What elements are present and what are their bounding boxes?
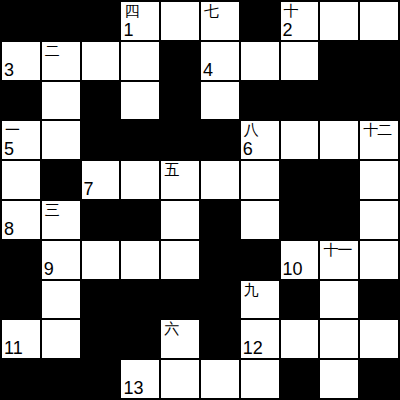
block-cell-r2c2 (82, 82, 120, 120)
open-cell-r0c4[interactable] (161, 2, 199, 40)
across-clue-label-2: 2 (283, 21, 293, 40)
down-clue-label-十: 十 (284, 2, 298, 19)
open-cell-r0c3[interactable]: 四1 (121, 2, 159, 40)
block-cell-r9c0 (2, 360, 40, 398)
block-cell-r4c1 (42, 161, 80, 199)
block-cell-r0c1 (42, 2, 80, 40)
across-clue-label-11: 11 (4, 339, 23, 358)
open-cell-r8c8[interactable] (320, 320, 358, 358)
open-cell-r5c0[interactable]: 8 (2, 201, 40, 239)
block-cell-r6c0 (2, 241, 40, 279)
open-cell-r4c6[interactable] (241, 161, 279, 199)
across-clue-label-3: 3 (4, 61, 14, 80)
block-cell-r1c8 (320, 42, 358, 80)
open-cell-r7c6[interactable]: 九 (241, 281, 279, 319)
down-clue-label-一: 一 (5, 121, 19, 138)
open-cell-r9c8[interactable] (320, 360, 358, 398)
down-clue-label-九: 九 (244, 281, 258, 298)
block-cell-r8c5 (201, 320, 239, 358)
open-cell-r1c5[interactable]: 4 (201, 42, 239, 80)
block-cell-r3c3 (121, 121, 159, 159)
down-clue-label-八: 八 (244, 121, 258, 138)
block-cell-r3c2 (82, 121, 120, 159)
block-cell-r1c9 (360, 42, 398, 80)
block-cell-r7c4 (161, 281, 199, 319)
open-cell-r4c2[interactable]: 7 (82, 161, 120, 199)
open-cell-r5c9[interactable] (360, 201, 398, 239)
open-cell-r1c6[interactable] (241, 42, 279, 80)
open-cell-r6c3[interactable] (121, 241, 159, 279)
open-cell-r8c7[interactable] (281, 320, 319, 358)
open-cell-r8c0[interactable]: 11 (2, 320, 40, 358)
across-clue-label-4: 4 (203, 61, 213, 80)
block-cell-r1c4 (161, 42, 199, 80)
open-cell-r6c2[interactable] (82, 241, 120, 279)
block-cell-r2c8 (320, 82, 358, 120)
block-cell-r8c3 (121, 320, 159, 358)
open-cell-r1c1[interactable]: 二 (42, 42, 80, 80)
open-cell-r3c1[interactable] (42, 121, 80, 159)
across-clue-label-9: 9 (44, 260, 54, 279)
open-cell-r2c3[interactable] (121, 82, 159, 120)
block-cell-r8c2 (82, 320, 120, 358)
block-cell-r2c9 (360, 82, 398, 120)
block-cell-r3c4 (161, 121, 199, 159)
open-cell-r8c9[interactable] (360, 320, 398, 358)
open-cell-r2c1[interactable] (42, 82, 80, 120)
open-cell-r3c0[interactable]: 一5 (2, 121, 40, 159)
block-cell-r2c0 (2, 82, 40, 120)
down-clue-label-二: 二 (45, 42, 59, 59)
open-cell-r1c0[interactable]: 3 (2, 42, 40, 80)
open-cell-r4c3[interactable] (121, 161, 159, 199)
block-cell-r7c0 (2, 281, 40, 319)
across-clue-label-12: 12 (243, 339, 263, 358)
down-clue-label-六: 六 (164, 320, 178, 337)
block-cell-r7c3 (121, 281, 159, 319)
block-cell-r2c4 (161, 82, 199, 120)
block-cell-r9c7 (281, 360, 319, 398)
down-clue-label-四: 四 (124, 2, 138, 19)
open-cell-r4c0[interactable] (2, 161, 40, 199)
open-cell-r1c2[interactable] (82, 42, 120, 80)
open-cell-r2c5[interactable] (201, 82, 239, 120)
block-cell-r5c3 (121, 201, 159, 239)
open-cell-r9c4[interactable] (161, 360, 199, 398)
block-cell-r5c7 (281, 201, 319, 239)
open-cell-r3c8[interactable] (320, 121, 358, 159)
open-cell-r3c7[interactable] (281, 121, 319, 159)
block-cell-r6c5 (201, 241, 239, 279)
across-clue-label-5: 5 (4, 140, 14, 159)
open-cell-r6c4[interactable] (161, 241, 199, 279)
open-cell-r1c3[interactable] (121, 42, 159, 80)
down-clue-label-七: 七 (204, 2, 218, 19)
block-cell-r6c6 (241, 241, 279, 279)
open-cell-r3c6[interactable]: 八6 (241, 121, 279, 159)
block-cell-r3c5 (201, 121, 239, 159)
block-cell-r2c7 (281, 82, 319, 120)
crossword-grid: 四1七十23二4一5八6十二7五8三910十一九11六1213 (0, 0, 400, 400)
open-cell-r0c9[interactable] (360, 2, 398, 40)
block-cell-r7c7 (281, 281, 319, 319)
open-cell-r4c9[interactable] (360, 161, 398, 199)
open-cell-r0c5[interactable]: 七 (201, 2, 239, 40)
open-cell-r8c1[interactable] (42, 320, 80, 358)
open-cell-r6c8[interactable]: 十一 (320, 241, 358, 279)
block-cell-r9c9 (360, 360, 398, 398)
crossword-puzzle: 四1七十23二4一5八6十二7五8三910十一九11六1213 (0, 0, 400, 400)
block-cell-r7c9 (360, 281, 398, 319)
open-cell-r3c9[interactable]: 十二 (360, 121, 398, 159)
open-cell-r0c8[interactable] (320, 2, 358, 40)
block-cell-r0c6 (241, 2, 279, 40)
open-cell-r6c1[interactable]: 9 (42, 241, 80, 279)
across-clue-label-13: 13 (123, 379, 143, 398)
down-clue-label-三: 三 (45, 201, 59, 218)
across-clue-label-10: 10 (283, 260, 303, 279)
across-clue-label-1: 1 (123, 21, 133, 40)
down-clue-label-十二: 十二 (363, 121, 391, 138)
block-cell-r5c2 (82, 201, 120, 239)
open-cell-r4c4[interactable]: 五 (161, 161, 199, 199)
block-cell-r0c2 (82, 2, 120, 40)
open-cell-r8c6[interactable]: 12 (241, 320, 279, 358)
open-cell-r9c5[interactable] (201, 360, 239, 398)
block-cell-r0c0 (2, 2, 40, 40)
open-cell-r9c6[interactable] (241, 360, 279, 398)
open-cell-r7c1[interactable] (42, 281, 80, 319)
block-cell-r5c8 (320, 201, 358, 239)
open-cell-r9c3[interactable]: 13 (121, 360, 159, 398)
block-cell-r2c6 (241, 82, 279, 120)
open-cell-r4c5[interactable] (201, 161, 239, 199)
open-cell-r1c7[interactable] (281, 42, 319, 80)
open-cell-r7c8[interactable] (320, 281, 358, 319)
open-cell-r5c4[interactable] (161, 201, 199, 239)
block-cell-r4c8 (320, 161, 358, 199)
down-clue-label-五: 五 (164, 161, 178, 178)
block-cell-r9c1 (42, 360, 80, 398)
open-cell-r0c7[interactable]: 十2 (281, 2, 319, 40)
block-cell-r9c2 (82, 360, 120, 398)
across-clue-label-7: 7 (84, 180, 94, 199)
across-clue-label-8: 8 (4, 220, 14, 239)
open-cell-r8c4[interactable]: 六 (161, 320, 199, 358)
open-cell-r5c6[interactable] (241, 201, 279, 239)
across-clue-label-6: 6 (243, 140, 253, 159)
open-cell-r6c9[interactable] (360, 241, 398, 279)
block-cell-r4c7 (281, 161, 319, 199)
block-cell-r7c5 (201, 281, 239, 319)
open-cell-r5c1[interactable]: 三 (42, 201, 80, 239)
block-cell-r7c2 (82, 281, 120, 319)
down-clue-label-十一: 十一 (323, 241, 351, 258)
block-cell-r5c5 (201, 201, 239, 239)
open-cell-r6c7[interactable]: 10 (281, 241, 319, 279)
